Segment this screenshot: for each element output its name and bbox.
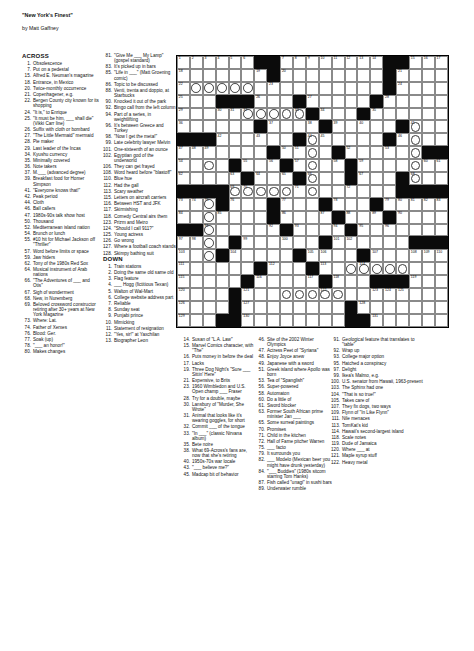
cell-r2c9[interactable] [293,82,306,95]
cell-r1c11[interactable] [319,69,332,82]
cell-r15c10[interactable]: 105 [306,249,319,262]
cell-r11c12[interactable]: 78 [332,198,345,211]
cell-r5c18[interactable]: 41 [409,120,422,133]
cell-r16c3[interactable] [216,262,229,275]
cell-r18c6[interactable] [254,288,267,301]
cell-r12c15[interactable]: 89 [370,211,383,224]
cell-r8c15[interactable] [370,159,383,172]
cell-r2c13[interactable] [345,82,358,95]
cell-r9c7[interactable] [267,172,280,185]
cell-r13c15[interactable] [370,224,383,237]
cell-r17c4[interactable] [229,275,242,288]
cell-r20c8[interactable] [280,314,293,327]
cell-r16c7[interactable]: 112 [267,262,280,275]
cell-r2c14[interactable] [357,82,370,95]
cell-r4c17[interactable] [396,108,409,121]
cell-r1c18[interactable] [409,69,422,82]
cell-r8c0[interactable]: 54 [177,159,190,172]
cell-r2c19[interactable] [422,82,435,95]
cell-r15c5[interactable] [241,249,254,262]
cell-r1c14[interactable] [357,69,370,82]
cell-r10c6[interactable] [254,185,267,198]
cell-r15c0[interactable]: 103 [177,249,190,262]
cell-r8c12[interactable]: 58 [332,159,345,172]
cell-r7c6[interactable] [254,146,267,159]
cell-r6c14[interactable] [357,133,370,146]
cell-r20c10[interactable] [306,314,319,327]
cell-r11c5[interactable] [241,198,254,211]
cell-r12c14[interactable] [357,211,370,224]
cell-r10c7[interactable] [267,185,280,198]
cell-r11c4[interactable]: 76 [229,198,242,211]
cell-r15c19[interactable]: 109 [422,249,435,262]
cell-r15c18[interactable]: 108 [409,249,422,262]
cell-r19c20[interactable] [435,301,448,314]
cell-r18c18[interactable] [409,288,422,301]
cell-r14c1[interactable]: 98 [190,236,203,249]
cell-r13c3[interactable] [216,224,229,237]
cell-r12c1[interactable] [190,211,203,224]
cell-r18c19[interactable] [422,288,435,301]
cell-r19c18[interactable] [409,301,422,314]
cell-r3c1[interactable] [190,95,203,108]
cell-r6c7[interactable] [267,133,280,146]
cell-r5c14[interactable]: 40 [357,120,370,133]
cell-r2c1[interactable] [190,82,203,95]
cell-r13c7[interactable]: 92 [267,224,280,237]
cell-r9c6[interactable]: 64 [254,172,267,185]
cell-r2c2[interactable] [203,82,216,95]
cell-r11c19[interactable]: 82 [422,198,435,211]
cell-r8c6[interactable] [254,159,267,172]
cell-r17c6[interactable]: 116 [254,275,267,288]
cell-r4c9[interactable]: 33 [293,108,306,121]
cell-r12c17[interactable]: 90 [396,211,409,224]
cell-r12c20[interactable] [435,211,448,224]
cell-r19c7[interactable] [267,301,280,314]
cell-r19c5[interactable]: 127 [241,301,254,314]
cell-r5c8[interactable] [280,120,293,133]
cell-r14c15[interactable] [370,236,383,249]
cell-r6c19[interactable] [422,133,435,146]
cell-r0c19[interactable]: 16 [422,56,435,69]
cell-r2c6[interactable] [254,82,267,95]
cell-r18c10[interactable] [306,288,319,301]
cell-r17c0[interactable]: 115 [177,275,190,288]
cell-r12c11[interactable]: 87 [319,211,332,224]
cell-r3c2[interactable] [203,95,216,108]
cell-r17c2[interactable] [203,275,216,288]
cell-r3c12[interactable] [332,95,345,108]
cell-r19c11[interactable] [319,301,332,314]
cell-r10c12[interactable] [332,185,345,198]
cell-r15c15[interactable]: 107 [370,249,383,262]
cell-r14c6[interactable] [254,236,267,249]
cell-r1c6[interactable]: 19 [254,69,267,82]
cell-r15c2[interactable] [203,249,216,262]
cell-r1c13[interactable] [345,69,358,82]
cell-r8c10[interactable] [306,159,319,172]
cell-r0c5[interactable]: 6 [241,56,254,69]
cell-r15c1[interactable] [190,249,203,262]
cell-r4c4[interactable]: 31 [229,108,242,121]
cell-r8c17[interactable] [396,159,409,172]
cell-r17c12[interactable]: 118 [332,275,345,288]
cell-r1c1[interactable] [190,69,203,82]
cell-r18c5[interactable]: 121 [241,288,254,301]
cell-r10c11[interactable] [319,185,332,198]
cell-r14c8[interactable]: 100 [280,236,293,249]
cell-r3c16[interactable]: 28 [383,95,396,108]
cell-r12c2[interactable] [203,211,216,224]
cell-r18c8[interactable] [280,288,293,301]
cell-r4c1[interactable] [190,108,203,121]
cell-r17c3[interactable] [216,275,229,288]
cell-r19c14[interactable]: 128 [357,301,370,314]
cell-r13c20[interactable] [435,224,448,237]
cell-r16c4[interactable] [229,262,242,275]
cell-r13c14[interactable]: 95 [357,224,370,237]
cell-r17c18[interactable]: 119 [409,275,422,288]
cell-r1c0[interactable]: 18 [177,69,190,82]
cell-r5c7[interactable]: 37 [267,120,280,133]
cell-r2c5[interactable] [241,82,254,95]
cell-r7c2[interactable]: 49 [203,146,216,159]
cell-r11c0[interactable]: 73 [177,198,190,211]
cell-r16c11[interactable]: 113 [319,262,332,275]
cell-r1c20[interactable] [435,69,448,82]
cell-r8c19[interactable]: 60 [422,159,435,172]
cell-r16c2[interactable] [203,262,216,275]
cell-r20c5[interactable]: 130 [241,314,254,327]
cell-r19c19[interactable] [422,301,435,314]
cell-r18c0[interactable]: 120 [177,288,190,301]
cell-r19c1[interactable] [190,301,203,314]
cell-r14c5[interactable]: 99 [241,236,254,249]
cell-r8c16[interactable] [383,159,396,172]
cell-r8c20[interactable]: 61 [435,159,448,172]
cell-r13c19[interactable] [422,224,435,237]
cell-r14c2[interactable] [203,236,216,249]
cell-r0c14[interactable]: 13 [357,56,370,69]
cell-r6c3[interactable]: 42 [216,133,229,146]
cell-r10c16[interactable] [383,185,396,198]
cell-r12c9[interactable] [293,211,306,224]
cell-r2c20[interactable] [435,82,448,95]
cell-r0c15[interactable]: 14 [370,56,383,69]
cell-r20c18[interactable] [409,314,422,327]
cell-r11c1[interactable]: 74 [190,198,203,211]
cell-r15c13[interactable] [345,249,358,262]
cell-r20c19[interactable] [422,314,435,327]
cell-r7c1[interactable]: 48 [190,146,203,159]
cell-r20c0[interactable]: 129 [177,314,190,327]
cell-r13c10[interactable] [306,224,319,237]
cell-r1c3[interactable] [216,69,229,82]
cell-r11c14[interactable] [357,198,370,211]
cell-r14c13[interactable]: 102 [345,236,358,249]
cell-r12c0[interactable]: 84 [177,211,190,224]
cell-r7c16[interactable]: 53 [383,146,396,159]
cell-r1c15[interactable] [370,69,383,82]
cell-r8c5[interactable]: 55 [241,159,254,172]
cell-r10c13[interactable]: 72 [345,185,358,198]
cell-r4c19[interactable] [422,108,435,121]
cell-r11c17[interactable]: 80 [396,198,409,211]
cell-r5c20[interactable] [435,120,448,133]
cell-r5c2[interactable] [203,120,216,133]
cell-r10c4[interactable]: 69 [229,185,242,198]
cell-r0c1[interactable]: 2 [190,56,203,69]
cell-r7c15[interactable] [370,146,383,159]
cell-r2c4[interactable] [229,82,242,95]
cell-r4c13[interactable] [345,108,358,121]
crossword-grid[interactable]: 1234567891011121314151617181920212223242… [176,55,449,328]
cell-r8c11[interactable] [319,159,332,172]
cell-r2c18[interactable] [409,82,422,95]
cell-r8c9[interactable]: 57 [293,159,306,172]
cell-r0c0[interactable]: 1 [177,56,190,69]
cell-r19c9[interactable] [293,301,306,314]
cell-r2c7[interactable]: 23 [267,82,280,95]
cell-r12c6[interactable] [254,211,267,224]
cell-r13c12[interactable]: 94 [332,224,345,237]
cell-r1c10[interactable] [306,69,319,82]
cell-r0c4[interactable]: 5 [229,56,242,69]
cell-r18c15[interactable]: 123 [370,288,383,301]
cell-r19c3[interactable] [216,301,229,314]
cell-r5c9[interactable] [293,120,306,133]
cell-r13c9[interactable]: 93 [293,224,306,237]
cell-r1c17[interactable]: 21 [396,69,409,82]
cell-r14c3[interactable] [216,236,229,249]
cell-r19c17[interactable] [396,301,409,314]
cell-r8c2[interactable] [203,159,216,172]
cell-r4c7[interactable] [267,108,280,121]
cell-r6c18[interactable] [409,133,422,146]
cell-r2c10[interactable] [306,82,319,95]
cell-r12c8[interactable]: 86 [280,211,293,224]
cell-r0c18[interactable]: 15 [409,56,422,69]
cell-r6c20[interactable] [435,133,448,146]
cell-r15c20[interactable]: 110 [435,249,448,262]
cell-r14c16[interactable] [383,236,396,249]
cell-r11c13[interactable] [345,198,358,211]
cell-r4c16[interactable] [383,108,396,121]
cell-r19c10[interactable] [306,301,319,314]
cell-r6c8[interactable] [280,133,293,146]
cell-r15c17[interactable] [396,249,409,262]
cell-r1c5[interactable] [241,69,254,82]
cell-r20c7[interactable] [267,314,280,327]
cell-r20c2[interactable] [203,314,216,327]
cell-r20c9[interactable] [293,314,306,327]
cell-r6c17[interactable]: 46 [396,133,409,146]
cell-r20c17[interactable] [396,314,409,327]
cell-r12c18[interactable] [409,211,422,224]
cell-r5c13[interactable] [345,120,358,133]
cell-r15c4[interactable]: 104 [229,249,242,262]
cell-r5c12[interactable]: 39 [332,120,345,133]
cell-r7c13[interactable]: 52 [345,146,358,159]
cell-r5c19[interactable] [422,120,435,133]
cell-r16c8[interactable] [280,262,293,275]
cell-r3c20[interactable] [435,95,448,108]
cell-r7c18[interactable] [409,146,422,159]
cell-r5c5[interactable] [241,120,254,133]
cell-r20c12[interactable] [332,314,345,327]
cell-r18c17[interactable]: 125 [396,288,409,301]
cell-r9c11[interactable] [319,172,332,185]
cell-r14c7[interactable] [267,236,280,249]
cell-r7c0[interactable]: 47 [177,146,190,159]
cell-r7c8[interactable]: 50 [280,146,293,159]
cell-r14c14[interactable] [357,236,370,249]
cell-r14c0[interactable]: 97 [177,236,190,249]
cell-r15c12[interactable] [332,249,345,262]
cell-r18c13[interactable] [345,288,358,301]
cell-r16c12[interactable] [332,262,345,275]
cell-r2c0[interactable]: 22 [177,82,190,95]
cell-r19c2[interactable] [203,301,216,314]
cell-r6c15[interactable] [370,133,383,146]
cell-r3c18[interactable] [409,95,422,108]
cell-r9c8[interactable]: 65 [280,172,293,185]
cell-r3c14[interactable] [357,95,370,108]
cell-r5c10[interactable]: 38 [306,120,319,133]
cell-r2c3[interactable] [216,82,229,95]
cell-r13c6[interactable] [254,224,267,237]
cell-r17c9[interactable] [293,275,306,288]
cell-r11c9[interactable] [293,198,306,211]
cell-r11c2[interactable]: 75 [203,198,216,211]
cell-r12c19[interactable] [422,211,435,224]
cell-r18c1[interactable] [190,288,203,301]
cell-r11c10[interactable] [306,198,319,211]
cell-r10c8[interactable] [280,185,293,198]
cell-r16c14[interactable]: 114 [357,262,370,275]
cell-r1c8[interactable]: 20 [280,69,293,82]
cell-r15c11[interactable]: 106 [319,249,332,262]
cell-r9c1[interactable] [190,172,203,185]
cell-r19c6[interactable] [254,301,267,314]
cell-r16c18[interactable] [409,262,422,275]
cell-r19c8[interactable] [280,301,293,314]
cell-r0c8[interactable]: 7 [280,56,293,69]
cell-r7c14[interactable] [357,146,370,159]
cell-r20c6[interactable] [254,314,267,327]
cell-r20c15[interactable]: 131 [370,314,383,327]
cell-r7c4[interactable] [229,146,242,159]
cell-r2c17[interactable]: 24 [396,82,409,95]
cell-r18c14[interactable] [357,288,370,301]
cell-r3c19[interactable] [422,95,435,108]
cell-r16c1[interactable] [190,262,203,275]
cell-r0c10[interactable]: 9 [306,56,319,69]
cell-r12c10[interactable] [306,211,319,224]
cell-r8c14[interactable]: 59 [357,159,370,172]
cell-r16c13[interactable] [345,262,358,275]
cell-r9c4[interactable]: 63 [229,172,242,185]
cell-r8c1[interactable] [190,159,203,172]
cell-r17c14[interactable] [357,275,370,288]
cell-r13c18[interactable] [409,224,422,237]
cell-r7c11[interactable] [319,146,332,159]
cell-r16c0[interactable]: 111 [177,262,190,275]
cell-r10c5[interactable]: 70 [241,185,254,198]
cell-r17c1[interactable] [190,275,203,288]
cell-r19c15[interactable] [370,301,383,314]
cell-r3c0[interactable]: 25 [177,95,190,108]
cell-r17c19[interactable] [422,275,435,288]
cell-r12c3[interactable]: 85 [216,211,229,224]
cell-r4c18[interactable] [409,108,422,121]
cell-r11c8[interactable]: 77 [280,198,293,211]
cell-r16c15[interactable] [370,262,383,275]
cell-r9c0[interactable]: 62 [177,172,190,185]
cell-r6c13[interactable] [345,133,358,146]
cell-r18c11[interactable]: 122 [319,288,332,301]
cell-r10c10[interactable] [306,185,319,198]
cell-r11c20[interactable]: 83 [435,198,448,211]
cell-r18c20[interactable] [435,288,448,301]
cell-r1c2[interactable] [203,69,216,82]
cell-r1c12[interactable] [332,69,345,82]
cell-r9c2[interactable] [203,172,216,185]
cell-r5c16[interactable] [383,120,396,133]
cell-r5c0[interactable]: 36 [177,120,190,133]
cell-r9c10[interactable]: 66 [306,172,319,185]
cell-r3c10[interactable]: 27 [306,95,319,108]
cell-r12c5[interactable] [241,211,254,224]
cell-r9c15[interactable] [370,172,383,185]
cell-r16c16[interactable] [383,262,396,275]
cell-r4c5[interactable]: 32 [241,108,254,121]
cell-r7c3[interactable] [216,146,229,159]
cell-r10c15[interactable] [370,185,383,198]
cell-r10c14[interactable] [357,185,370,198]
cell-r2c11[interactable] [319,82,332,95]
cell-r6c12[interactable] [332,133,345,146]
cell-r3c6[interactable]: 26 [254,95,267,108]
cell-r13c17[interactable] [396,224,409,237]
cell-r7c10[interactable] [306,146,319,159]
cell-r9c12[interactable] [332,172,345,185]
cell-r13c2[interactable]: 91 [203,224,216,237]
cell-r17c20[interactable] [435,275,448,288]
cell-r3c13[interactable] [345,95,358,108]
cell-r4c8[interactable] [280,108,293,121]
cell-r2c12[interactable] [332,82,345,95]
cell-r1c9[interactable] [293,69,306,82]
cell-r1c19[interactable] [422,69,435,82]
cell-r17c10[interactable]: 117 [306,275,319,288]
cell-r9c19[interactable] [422,172,435,185]
cell-r3c17[interactable] [396,95,409,108]
cell-r0c9[interactable]: 8 [293,56,306,69]
cell-r5c15[interactable] [370,120,383,133]
cell-r18c9[interactable] [293,288,306,301]
cell-r0c20[interactable]: 17 [435,56,448,69]
cell-r4c15[interactable]: 35 [370,108,383,121]
cell-r15c6[interactable] [254,249,267,262]
cell-r18c2[interactable] [203,288,216,301]
cell-r18c7[interactable] [267,288,280,301]
cell-r2c8[interactable] [280,82,293,95]
cell-r14c9[interactable] [293,236,306,249]
cell-r20c1[interactable] [190,314,203,327]
cell-r18c12[interactable] [332,288,345,301]
